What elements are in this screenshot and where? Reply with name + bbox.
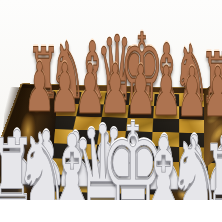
- pieces-layer: ♜♞♝♛♚♝♞♜♟♟♟♟♟♟♟♟♟♟♟♟♟♟♟♟♜♞♝♛♚♝♞♜: [0, 0, 222, 222]
- photo-bottom-margin: [0, 200, 222, 222]
- copper-pawn[interactable]: ♟: [202, 58, 222, 126]
- chess-set-photo: ♜♞♝♛♚♝♞♜♟♟♟♟♟♟♟♟♟♟♟♟♟♟♟♟♜♞♝♛♚♝♞♜: [0, 0, 222, 222]
